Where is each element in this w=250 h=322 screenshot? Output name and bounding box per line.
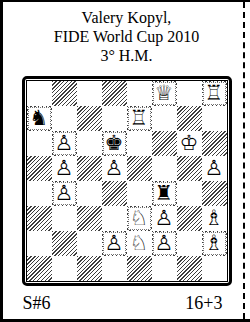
problem-footer: S#6 16+3 [23,293,231,314]
square-b4: ♙ [52,181,77,206]
piece-white-bishop: ♗ [205,206,224,231]
material-count-label: 16+3 [185,293,222,314]
square-h4 [202,181,227,206]
piece-white-pawn: ♙ [105,156,124,181]
square-d8 [102,81,127,106]
piece-white-bishop: ♗ [205,231,224,256]
tournament-name: FIDE World Cup 2010 [3,27,250,46]
square-f2: ♙ [152,231,177,256]
square-c8 [77,81,102,106]
piece-white-knight: ♘ [130,231,149,256]
square-f7 [152,106,177,131]
square-a5 [27,156,52,181]
square-a3 [27,206,52,231]
square-e2: ♘ [127,231,152,256]
author-name: Valery Kopyl, [3,8,250,27]
square-c1 [77,256,102,281]
piece-white-pawn: ♙ [55,181,74,206]
piece-black-knight: ♞ [30,106,49,131]
square-d1 [102,256,127,281]
award: 3° H.M. [3,46,250,65]
piece-white-pawn: ♙ [155,231,174,256]
square-d6: ♚ [102,131,127,156]
square-h6 [202,131,227,156]
square-c7 [77,106,102,131]
square-g1 [177,256,202,281]
square-b3 [52,206,77,231]
square-c2 [77,231,102,256]
piece-white-rook: ♖ [130,106,149,131]
square-a1 [27,256,52,281]
square-e7: ♖ [127,106,152,131]
square-c5 [77,156,102,181]
square-e1 [127,256,152,281]
square-d4 [102,181,127,206]
square-g6: ♔ [177,131,202,156]
square-b6: ♙ [52,131,77,156]
square-b5: ♙ [52,156,77,181]
square-h2: ♗ [202,231,227,256]
square-a4 [27,181,52,206]
board-border-outer: ♕♖♞♖♙♚♔♙♙♙♙♜♘♙♗♙♘♙♗ [22,76,232,286]
piece-white-pawn: ♙ [205,156,224,181]
square-f5 [152,156,177,181]
square-f8: ♕ [152,81,177,106]
square-b2 [52,231,77,256]
dashed-right-border [243,2,245,319]
square-b1 [52,256,77,281]
square-e8 [127,81,152,106]
square-a2 [27,231,52,256]
square-a6 [27,131,52,156]
piece-white-pawn: ♙ [105,231,124,256]
square-g8 [177,81,202,106]
square-e3: ♘ [127,206,152,231]
square-h3: ♗ [202,206,227,231]
square-a8 [27,81,52,106]
piece-white-pawn: ♙ [55,131,74,156]
square-h5: ♙ [202,156,227,181]
square-c6 [77,131,102,156]
piece-white-pawn: ♙ [55,156,74,181]
piece-white-queen: ♕ [155,81,174,106]
square-f1 [152,256,177,281]
square-g7 [177,106,202,131]
square-d2: ♙ [102,231,127,256]
square-e4 [127,181,152,206]
square-b7 [52,106,77,131]
piece-white-pawn: ♙ [155,206,174,231]
square-h8: ♖ [202,81,227,106]
chess-board: ♕♖♞♖♙♚♔♙♙♙♙♜♘♙♗♙♘♙♗ [27,81,227,281]
square-g2 [177,231,202,256]
square-h1 [202,256,227,281]
square-f6 [152,131,177,156]
diagram-frame: Valery Kopyl, FIDE World Cup 2010 3° H.M… [0,0,250,322]
square-f4: ♜ [152,181,177,206]
square-e6 [127,131,152,156]
square-h7 [202,106,227,131]
piece-black-rook: ♜ [155,181,174,206]
square-g5 [177,156,202,181]
square-c3 [77,206,102,231]
square-g3 [177,206,202,231]
piece-white-knight: ♘ [130,206,149,231]
square-f3: ♙ [152,206,177,231]
square-b8 [52,81,77,106]
piece-black-king: ♚ [105,131,124,156]
square-g4 [177,181,202,206]
square-d5: ♙ [102,156,127,181]
square-a7: ♞ [27,106,52,131]
piece-white-king: ♔ [180,131,199,156]
square-d7 [102,106,127,131]
square-e5 [127,156,152,181]
board-border-inner: ♕♖♞♖♙♚♔♙♙♙♙♜♘♙♗♙♘♙♗ [26,80,228,282]
problem-header: Valery Kopyl, FIDE World Cup 2010 3° H.M… [3,2,250,65]
square-d3 [102,206,127,231]
square-c4 [77,181,102,206]
piece-white-rook: ♖ [205,81,224,106]
stipulation-label: S#6 [23,293,51,314]
